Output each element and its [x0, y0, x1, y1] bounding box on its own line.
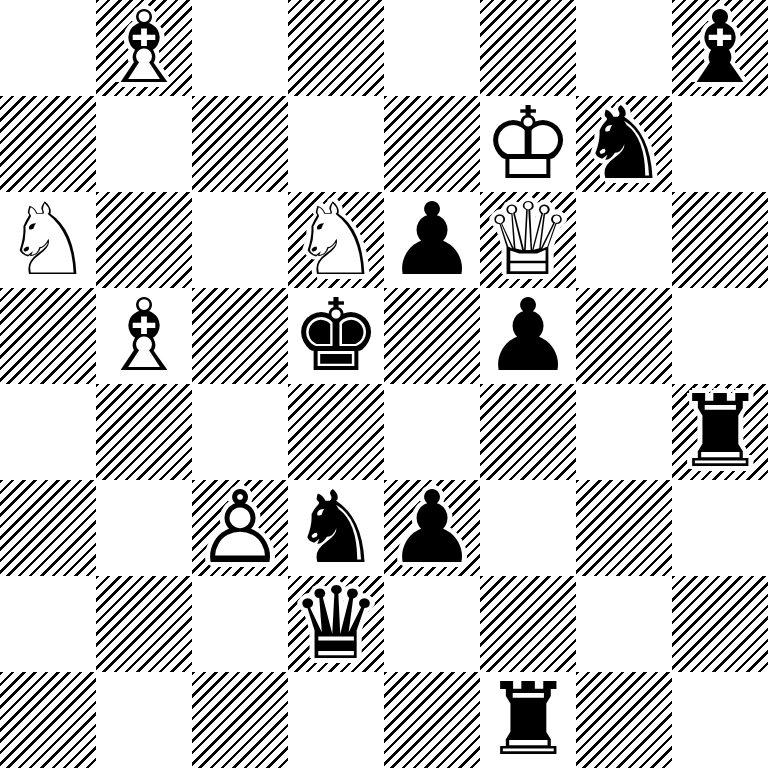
square-g8[interactable]: [576, 0, 672, 96]
square-b3[interactable]: [96, 480, 192, 576]
square-b1[interactable]: [96, 672, 192, 768]
black-king-icon: ♚: [288, 288, 384, 384]
piece-black-king: ♚♚: [288, 288, 384, 384]
piece-black-knight: ♞♞: [576, 96, 672, 192]
square-a7[interactable]: [0, 96, 96, 192]
piece-black-pawn: ♟♟: [480, 288, 576, 384]
square-e5[interactable]: [384, 288, 480, 384]
square-d8[interactable]: [288, 0, 384, 96]
black-rook-icon: ♜: [672, 384, 768, 480]
square-h1[interactable]: [672, 672, 768, 768]
piece-white-pawn: ♟♙: [192, 480, 288, 576]
square-d5[interactable]: ♚♚: [288, 288, 384, 384]
square-h7[interactable]: [672, 96, 768, 192]
square-b6[interactable]: [96, 192, 192, 288]
piece-black-knight: ♞♞: [288, 480, 384, 576]
square-g7[interactable]: ♞♞: [576, 96, 672, 192]
square-b4[interactable]: [96, 384, 192, 480]
square-b8[interactable]: ♝♗: [96, 0, 192, 96]
square-e1[interactable]: [384, 672, 480, 768]
square-g2[interactable]: [576, 576, 672, 672]
square-c7[interactable]: [192, 96, 288, 192]
black-bishop-icon: ♝: [672, 0, 768, 96]
piece-black-pawn: ♟♟: [384, 480, 480, 576]
square-d2[interactable]: ♛♛: [288, 576, 384, 672]
black-knight-icon: ♞: [576, 96, 672, 192]
square-f8[interactable]: [480, 0, 576, 96]
square-f4[interactable]: [480, 384, 576, 480]
black-pawn-icon: ♟: [480, 288, 576, 384]
square-e6[interactable]: ♟♟: [384, 192, 480, 288]
square-g6[interactable]: [576, 192, 672, 288]
white-knight-icon: ♘: [0, 192, 96, 288]
square-c8[interactable]: [192, 0, 288, 96]
square-a6[interactable]: ♞♘: [0, 192, 96, 288]
black-rook-icon: ♜: [480, 672, 576, 768]
square-h2[interactable]: [672, 576, 768, 672]
square-d7[interactable]: [288, 96, 384, 192]
square-c1[interactable]: [192, 672, 288, 768]
piece-white-knight: ♞♘: [0, 192, 96, 288]
white-bishop-icon: ♗: [96, 0, 192, 96]
square-g4[interactable]: [576, 384, 672, 480]
white-king-icon: ♔: [480, 96, 576, 192]
square-a1[interactable]: [0, 672, 96, 768]
square-f3[interactable]: [480, 480, 576, 576]
square-g3[interactable]: [576, 480, 672, 576]
chess-board: ♝♗♝♝♚♔♞♞♞♘♞♘♟♟♛♕♝♗♚♚♟♟♜♜♟♙♞♞♟♟♛♛♜♜: [0, 0, 768, 768]
square-f7[interactable]: ♚♔: [480, 96, 576, 192]
piece-white-king: ♚♔: [480, 96, 576, 192]
square-d6[interactable]: ♞♘: [288, 192, 384, 288]
square-f1[interactable]: ♜♜: [480, 672, 576, 768]
square-a8[interactable]: [0, 0, 96, 96]
square-a2[interactable]: [0, 576, 96, 672]
square-d4[interactable]: [288, 384, 384, 480]
square-h4[interactable]: ♜♜: [672, 384, 768, 480]
piece-white-queen: ♛♕: [480, 192, 576, 288]
square-h6[interactable]: [672, 192, 768, 288]
black-queen-icon: ♛: [288, 576, 384, 672]
black-pawn-icon: ♟: [384, 192, 480, 288]
square-g5[interactable]: [576, 288, 672, 384]
square-e2[interactable]: [384, 576, 480, 672]
square-f5[interactable]: ♟♟: [480, 288, 576, 384]
square-h8[interactable]: ♝♝: [672, 0, 768, 96]
square-h5[interactable]: [672, 288, 768, 384]
piece-white-knight: ♞♘: [288, 192, 384, 288]
square-a3[interactable]: [0, 480, 96, 576]
square-c5[interactable]: [192, 288, 288, 384]
black-pawn-icon: ♟: [384, 480, 480, 576]
square-f2[interactable]: [480, 576, 576, 672]
piece-black-rook: ♜♜: [672, 384, 768, 480]
square-d1[interactable]: [288, 672, 384, 768]
square-c3[interactable]: ♟♙: [192, 480, 288, 576]
piece-black-queen: ♛♛: [288, 576, 384, 672]
white-bishop-icon: ♗: [96, 288, 192, 384]
white-queen-icon: ♕: [480, 192, 576, 288]
piece-black-pawn: ♟♟: [384, 192, 480, 288]
square-c6[interactable]: [192, 192, 288, 288]
black-knight-icon: ♞: [288, 480, 384, 576]
square-d3[interactable]: ♞♞: [288, 480, 384, 576]
square-e8[interactable]: [384, 0, 480, 96]
square-a5[interactable]: [0, 288, 96, 384]
square-e4[interactable]: [384, 384, 480, 480]
square-a4[interactable]: [0, 384, 96, 480]
square-b2[interactable]: [96, 576, 192, 672]
square-f6[interactable]: ♛♕: [480, 192, 576, 288]
white-pawn-icon: ♙: [192, 480, 288, 576]
square-e3[interactable]: ♟♟: [384, 480, 480, 576]
square-b5[interactable]: ♝♗: [96, 288, 192, 384]
square-b7[interactable]: [96, 96, 192, 192]
square-g1[interactable]: [576, 672, 672, 768]
square-c2[interactable]: [192, 576, 288, 672]
white-knight-icon: ♘: [288, 192, 384, 288]
square-c4[interactable]: [192, 384, 288, 480]
piece-black-rook: ♜♜: [480, 672, 576, 768]
piece-white-bishop: ♝♗: [96, 0, 192, 96]
piece-white-bishop: ♝♗: [96, 288, 192, 384]
square-e7[interactable]: [384, 96, 480, 192]
piece-black-bishop: ♝♝: [672, 0, 768, 96]
square-h3[interactable]: [672, 480, 768, 576]
